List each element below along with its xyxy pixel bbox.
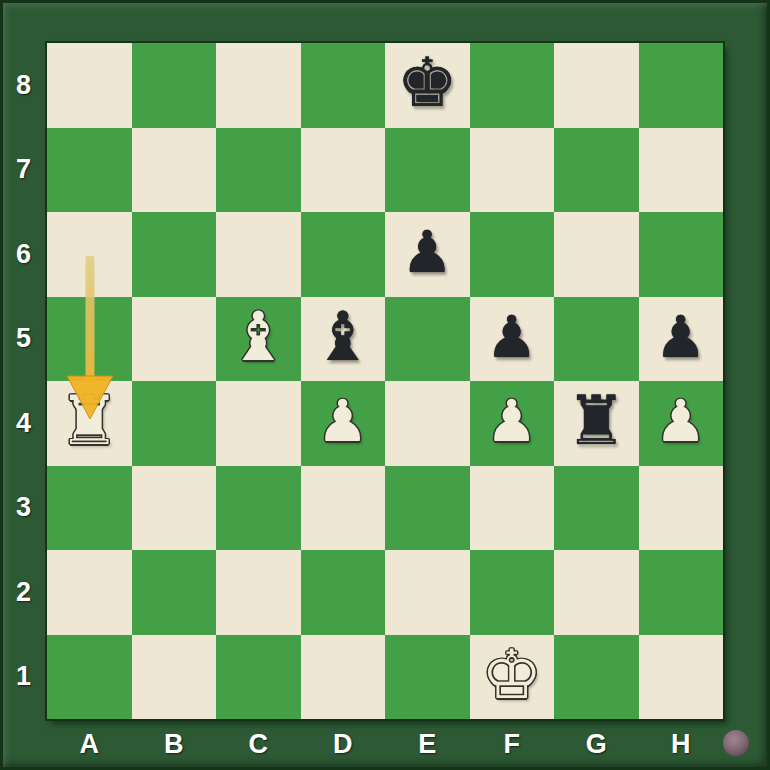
square-e5[interactable] — [385, 297, 470, 382]
chess-app-window: ♚♟♝♝♟♟♜♟♟♜♟♚ 87654321 ABCDEFGH — [0, 0, 770, 770]
square-a2[interactable] — [47, 550, 132, 635]
square-h1[interactable] — [639, 635, 724, 720]
rank-label-8: 8 — [0, 43, 47, 128]
square-b8[interactable] — [132, 43, 217, 128]
square-d4[interactable]: ♟ — [301, 381, 386, 466]
square-e2[interactable] — [385, 550, 470, 635]
square-d6[interactable] — [301, 212, 386, 297]
file-label-d: D — [301, 719, 386, 770]
rank-labels: 87654321 — [0, 43, 47, 719]
file-label-a: A — [47, 719, 132, 770]
square-h8[interactable] — [639, 43, 724, 128]
square-e4[interactable] — [385, 381, 470, 466]
black-bishop: ♝ — [312, 303, 373, 371]
file-label-e: E — [385, 719, 470, 770]
square-c4[interactable] — [216, 381, 301, 466]
square-f8[interactable] — [470, 43, 555, 128]
square-d7[interactable] — [301, 128, 386, 213]
file-label-f: F — [470, 719, 555, 770]
square-h6[interactable] — [639, 212, 724, 297]
square-g3[interactable] — [554, 466, 639, 551]
square-h3[interactable] — [639, 466, 724, 551]
square-a1[interactable] — [47, 635, 132, 720]
square-g6[interactable] — [554, 212, 639, 297]
square-d3[interactable] — [301, 466, 386, 551]
square-d8[interactable] — [301, 43, 386, 128]
square-a5[interactable] — [47, 297, 132, 382]
square-b6[interactable] — [132, 212, 217, 297]
rank-label-5: 5 — [0, 297, 47, 382]
square-c8[interactable] — [216, 43, 301, 128]
square-h4[interactable]: ♟ — [639, 381, 724, 466]
square-g4[interactable]: ♜ — [554, 381, 639, 466]
square-f7[interactable] — [470, 128, 555, 213]
square-f3[interactable] — [470, 466, 555, 551]
square-b2[interactable] — [132, 550, 217, 635]
black-pawn: ♟ — [401, 223, 453, 281]
square-d1[interactable] — [301, 635, 386, 720]
file-label-h: H — [639, 719, 724, 770]
black-king: ♚ — [397, 49, 458, 117]
file-label-c: C — [216, 719, 301, 770]
black-pawn: ♟ — [655, 308, 707, 366]
square-h7[interactable] — [639, 128, 724, 213]
square-e7[interactable] — [385, 128, 470, 213]
white-king: ♚ — [481, 641, 542, 709]
square-f5[interactable]: ♟ — [470, 297, 555, 382]
square-b3[interactable] — [132, 466, 217, 551]
square-c2[interactable] — [216, 550, 301, 635]
square-c1[interactable] — [216, 635, 301, 720]
file-label-g: G — [554, 719, 639, 770]
square-b5[interactable] — [132, 297, 217, 382]
corner-sphere-decoration — [723, 730, 749, 756]
square-a7[interactable] — [47, 128, 132, 213]
white-bishop: ♝ — [228, 303, 289, 371]
square-a3[interactable] — [47, 466, 132, 551]
square-g5[interactable] — [554, 297, 639, 382]
square-g7[interactable] — [554, 128, 639, 213]
square-c5[interactable]: ♝ — [216, 297, 301, 382]
square-e1[interactable] — [385, 635, 470, 720]
square-f6[interactable] — [470, 212, 555, 297]
square-c3[interactable] — [216, 466, 301, 551]
white-pawn: ♟ — [317, 392, 369, 450]
file-label-b: B — [132, 719, 217, 770]
white-pawn: ♟ — [655, 392, 707, 450]
square-e3[interactable] — [385, 466, 470, 551]
square-g8[interactable] — [554, 43, 639, 128]
white-rook: ♜ — [59, 387, 120, 455]
rank-label-2: 2 — [0, 550, 47, 635]
square-g1[interactable] — [554, 635, 639, 720]
square-h2[interactable] — [639, 550, 724, 635]
white-pawn: ♟ — [486, 392, 538, 450]
square-f4[interactable]: ♟ — [470, 381, 555, 466]
rank-label-7: 7 — [0, 128, 47, 213]
square-d2[interactable] — [301, 550, 386, 635]
square-a6[interactable] — [47, 212, 132, 297]
square-g2[interactable] — [554, 550, 639, 635]
black-pawn: ♟ — [486, 308, 538, 366]
rank-label-6: 6 — [0, 212, 47, 297]
square-e8[interactable]: ♚ — [385, 43, 470, 128]
square-a8[interactable] — [47, 43, 132, 128]
rank-label-4: 4 — [0, 381, 47, 466]
square-a4[interactable]: ♜ — [47, 381, 132, 466]
square-b4[interactable] — [132, 381, 217, 466]
black-rook: ♜ — [566, 387, 627, 455]
board-grid: ♚♟♝♝♟♟♜♟♟♜♟♚ — [47, 43, 723, 719]
square-d5[interactable]: ♝ — [301, 297, 386, 382]
square-e6[interactable]: ♟ — [385, 212, 470, 297]
rank-label-3: 3 — [0, 466, 47, 551]
square-b1[interactable] — [132, 635, 217, 720]
file-labels: ABCDEFGH — [47, 719, 723, 770]
square-h5[interactable]: ♟ — [639, 297, 724, 382]
square-c6[interactable] — [216, 212, 301, 297]
rank-label-1: 1 — [0, 635, 47, 720]
square-f1[interactable]: ♚ — [470, 635, 555, 720]
square-f2[interactable] — [470, 550, 555, 635]
square-c7[interactable] — [216, 128, 301, 213]
square-b7[interactable] — [132, 128, 217, 213]
